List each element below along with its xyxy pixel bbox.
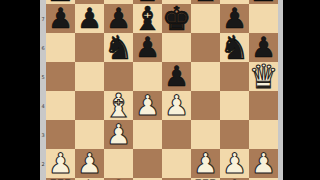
white-pawn-piece: ♟	[106, 121, 131, 149]
square-b7[interactable]: ♟	[75, 4, 104, 33]
white-pawn-piece: ♟	[164, 92, 189, 120]
square-d2[interactable]	[133, 149, 162, 178]
square-e3[interactable]	[162, 120, 191, 149]
square-b1[interactable]: ♞	[75, 178, 104, 180]
black-pawn-piece: ♟	[135, 34, 160, 62]
square-e1[interactable]	[162, 178, 191, 180]
chess-app-window: 87654321 ♜♛♝♜♟♟♟♝♚♟♞♟♞♟♟♛♝♟♟♟♟♟♟♟♟♜♞♝♜♚	[0, 0, 320, 180]
square-a1[interactable]: ♜	[46, 178, 75, 180]
white-pawn-piece: ♟	[222, 150, 247, 178]
square-d3[interactable]	[133, 120, 162, 149]
square-h3[interactable]	[249, 120, 278, 149]
square-g6[interactable]: ♞	[220, 33, 249, 62]
square-h1[interactable]	[249, 178, 278, 180]
chess-board: ♜♛♝♜♟♟♟♝♚♟♞♟♞♟♟♛♝♟♟♟♟♟♟♟♟♜♞♝♜♚	[46, 0, 278, 180]
white-pawn-piece: ♟	[48, 150, 73, 178]
square-g4[interactable]	[220, 91, 249, 120]
square-g3[interactable]	[220, 120, 249, 149]
black-pawn-piece: ♟	[48, 5, 73, 33]
square-c3[interactable]: ♟	[104, 120, 133, 149]
square-f2[interactable]: ♟	[191, 149, 220, 178]
square-d1[interactable]	[133, 178, 162, 180]
square-e6[interactable]	[162, 33, 191, 62]
square-c1[interactable]: ♝	[104, 178, 133, 180]
square-c2[interactable]	[104, 149, 133, 178]
board-right-border	[278, 0, 283, 180]
white-bishop-piece: ♝	[104, 89, 134, 122]
square-a4[interactable]	[46, 91, 75, 120]
square-e5[interactable]: ♟	[162, 62, 191, 91]
square-b3[interactable]	[75, 120, 104, 149]
square-d5[interactable]	[133, 62, 162, 91]
white-pawn-piece: ♟	[77, 150, 102, 178]
square-d4[interactable]: ♟	[133, 91, 162, 120]
square-a6[interactable]	[46, 33, 75, 62]
square-e4[interactable]: ♟	[162, 91, 191, 120]
square-b6[interactable]	[75, 33, 104, 62]
square-h4[interactable]	[249, 91, 278, 120]
black-pawn-piece: ♟	[77, 5, 102, 33]
black-pawn-piece: ♟	[222, 5, 247, 33]
square-f1[interactable]: ♜	[191, 178, 220, 180]
square-h2[interactable]: ♟	[249, 149, 278, 178]
square-f6[interactable]	[191, 33, 220, 62]
black-bishop-piece: ♝	[133, 2, 163, 35]
square-f5[interactable]	[191, 62, 220, 91]
black-pawn-piece: ♟	[251, 34, 276, 62]
black-king-piece: ♚	[162, 2, 192, 35]
white-queen-piece: ♛	[249, 60, 279, 93]
square-c6[interactable]: ♞	[104, 33, 133, 62]
black-knight-piece: ♞	[104, 31, 134, 64]
square-a5[interactable]	[46, 62, 75, 91]
square-c7[interactable]: ♟	[104, 4, 133, 33]
black-knight-piece: ♞	[220, 31, 250, 64]
square-d6[interactable]: ♟	[133, 33, 162, 62]
square-d7[interactable]: ♝	[133, 4, 162, 33]
white-pawn-piece: ♟	[251, 150, 276, 178]
square-c4[interactable]: ♝	[104, 91, 133, 120]
white-pawn-piece: ♟	[193, 150, 218, 178]
square-g7[interactable]: ♟	[220, 4, 249, 33]
square-b5[interactable]	[75, 62, 104, 91]
square-h5[interactable]: ♛	[249, 62, 278, 91]
square-a2[interactable]: ♟	[46, 149, 75, 178]
square-h6[interactable]: ♟	[249, 33, 278, 62]
square-b2[interactable]: ♟	[75, 149, 104, 178]
white-pawn-piece: ♟	[135, 92, 160, 120]
square-g1[interactable]: ♚	[220, 178, 249, 180]
black-pawn-piece: ♟	[164, 63, 189, 91]
square-a7[interactable]: ♟	[46, 4, 75, 33]
square-e7[interactable]: ♚	[162, 4, 191, 33]
square-e2[interactable]	[162, 149, 191, 178]
square-h7[interactable]	[249, 4, 278, 33]
square-f4[interactable]	[191, 91, 220, 120]
square-f7[interactable]	[191, 4, 220, 33]
square-g5[interactable]	[220, 62, 249, 91]
square-b4[interactable]	[75, 91, 104, 120]
square-f3[interactable]	[191, 120, 220, 149]
square-g2[interactable]: ♟	[220, 149, 249, 178]
square-a3[interactable]	[46, 120, 75, 149]
square-c5[interactable]	[104, 62, 133, 91]
black-pawn-piece: ♟	[106, 5, 131, 33]
